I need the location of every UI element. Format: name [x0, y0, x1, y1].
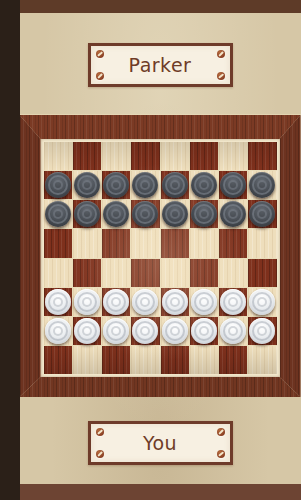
white-piece[interactable]	[132, 289, 158, 315]
board-cell[interactable]	[73, 346, 101, 374]
board-cell[interactable]	[190, 171, 218, 199]
white-piece[interactable]	[249, 289, 275, 315]
board-cell[interactable]	[248, 171, 276, 199]
dark-piece[interactable]	[103, 201, 129, 227]
board-cell[interactable]	[102, 288, 130, 316]
dark-piece[interactable]	[191, 201, 217, 227]
board-cell[interactable]	[44, 200, 72, 228]
dark-piece[interactable]	[132, 172, 158, 198]
board-cell[interactable]	[131, 171, 159, 199]
board-cell[interactable]	[102, 200, 130, 228]
opponent-name: Parker	[129, 54, 192, 76]
board-cell[interactable]	[131, 317, 159, 345]
dark-piece[interactable]	[162, 201, 188, 227]
board-cell[interactable]	[190, 200, 218, 228]
screw-icon	[96, 450, 104, 458]
board-cell[interactable]	[73, 171, 101, 199]
board-cell[interactable]	[73, 317, 101, 345]
board-cell[interactable]	[102, 259, 130, 287]
board-cell[interactable]	[131, 229, 159, 257]
board-cell[interactable]	[248, 229, 276, 257]
board-cell[interactable]	[190, 142, 218, 170]
dark-piece[interactable]	[162, 172, 188, 198]
white-piece[interactable]	[103, 318, 129, 344]
board-cell[interactable]	[73, 229, 101, 257]
board-cell[interactable]	[161, 317, 189, 345]
board-cell[interactable]	[248, 317, 276, 345]
bottom-bar	[20, 484, 301, 500]
board-cell[interactable]	[161, 171, 189, 199]
board-cell[interactable]	[102, 346, 130, 374]
dark-piece[interactable]	[249, 172, 275, 198]
board-cell[interactable]	[248, 200, 276, 228]
board-cell[interactable]	[102, 317, 130, 345]
screw-icon	[96, 72, 104, 80]
dark-piece[interactable]	[45, 172, 71, 198]
board-cell[interactable]	[44, 346, 72, 374]
frame-right-rail	[280, 115, 301, 397]
board-cell[interactable]	[131, 288, 159, 316]
board-cell[interactable]	[44, 142, 72, 170]
board-cell[interactable]	[44, 317, 72, 345]
board-cell[interactable]	[73, 200, 101, 228]
white-piece[interactable]	[45, 289, 71, 315]
board-cell[interactable]	[219, 200, 247, 228]
white-piece[interactable]	[74, 318, 100, 344]
board-cell[interactable]	[219, 142, 247, 170]
board-cell[interactable]	[44, 229, 72, 257]
white-piece[interactable]	[220, 289, 246, 315]
status-bar	[20, 0, 301, 13]
board-cell[interactable]	[131, 346, 159, 374]
board-cell[interactable]	[44, 288, 72, 316]
white-piece[interactable]	[74, 289, 100, 315]
player-name: You	[143, 432, 177, 454]
white-piece[interactable]	[162, 318, 188, 344]
opponent-area: Parker	[20, 13, 301, 114]
board-cell[interactable]	[219, 259, 247, 287]
screw-icon	[217, 450, 225, 458]
board-cell[interactable]	[131, 142, 159, 170]
dark-piece[interactable]	[74, 201, 100, 227]
board-cell[interactable]	[161, 288, 189, 316]
board-cell[interactable]	[73, 288, 101, 316]
opponent-name-plate: Parker	[88, 43, 233, 87]
board-cell[interactable]	[219, 229, 247, 257]
dark-piece[interactable]	[191, 172, 217, 198]
dark-piece[interactable]	[220, 172, 246, 198]
board-cell[interactable]	[248, 142, 276, 170]
board-cell[interactable]	[219, 288, 247, 316]
frame-bottom-rail	[20, 377, 301, 397]
dark-piece[interactable]	[220, 201, 246, 227]
white-piece[interactable]	[249, 318, 275, 344]
board-cell[interactable]	[44, 259, 72, 287]
board-cell[interactable]	[161, 346, 189, 374]
player-name-plate: You	[88, 421, 233, 465]
screw-icon	[217, 428, 225, 436]
screw-icon	[96, 50, 104, 58]
board-cell[interactable]	[219, 171, 247, 199]
dark-piece[interactable]	[249, 201, 275, 227]
frame-left-rail	[20, 115, 41, 397]
board-cell[interactable]	[161, 259, 189, 287]
board-border	[41, 139, 280, 377]
white-piece[interactable]	[191, 289, 217, 315]
board-cell[interactable]	[190, 259, 218, 287]
board-cell[interactable]	[190, 229, 218, 257]
board-cell[interactable]	[161, 200, 189, 228]
dark-piece[interactable]	[132, 201, 158, 227]
frame-top-rail	[20, 115, 301, 139]
dark-piece[interactable]	[103, 172, 129, 198]
white-piece[interactable]	[191, 318, 217, 344]
board-cell[interactable]	[131, 200, 159, 228]
board-cell[interactable]	[161, 229, 189, 257]
board-cell[interactable]	[248, 288, 276, 316]
board-cell[interactable]	[73, 259, 101, 287]
white-piece[interactable]	[103, 289, 129, 315]
board-cell[interactable]	[102, 229, 130, 257]
board-cell[interactable]	[190, 317, 218, 345]
board-grid[interactable]	[44, 142, 277, 374]
white-piece[interactable]	[45, 318, 71, 344]
board-cell[interactable]	[44, 171, 72, 199]
dark-piece[interactable]	[74, 172, 100, 198]
app-screen: Parker You	[20, 0, 301, 500]
board-cell[interactable]	[190, 288, 218, 316]
dark-piece[interactable]	[45, 201, 71, 227]
white-piece[interactable]	[132, 318, 158, 344]
board-cell[interactable]	[131, 259, 159, 287]
board-cell[interactable]	[248, 259, 276, 287]
screw-icon	[217, 50, 225, 58]
board-cell[interactable]	[248, 346, 276, 374]
white-piece[interactable]	[220, 318, 246, 344]
board-cell[interactable]	[102, 142, 130, 170]
board-cell[interactable]	[219, 317, 247, 345]
board-cell[interactable]	[73, 142, 101, 170]
white-piece[interactable]	[162, 289, 188, 315]
screw-icon	[217, 72, 225, 80]
board-cell[interactable]	[102, 171, 130, 199]
screw-icon	[96, 428, 104, 436]
board-cell[interactable]	[219, 346, 247, 374]
board-cell[interactable]	[161, 142, 189, 170]
board-frame	[20, 114, 301, 397]
board-cell[interactable]	[190, 346, 218, 374]
player-area: You	[20, 397, 301, 485]
